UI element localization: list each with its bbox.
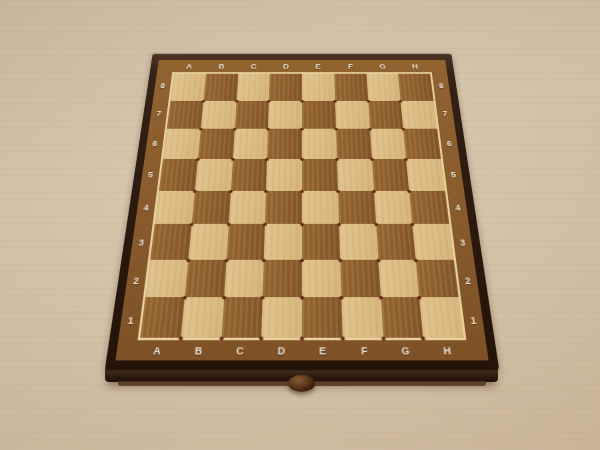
square-h6 bbox=[403, 129, 441, 159]
square-f5 bbox=[337, 159, 374, 191]
square-g2 bbox=[378, 260, 420, 298]
coordinate-label: B bbox=[177, 340, 220, 360]
square-e1 bbox=[302, 297, 342, 337]
coordinate-label: E bbox=[302, 340, 344, 360]
square-d6 bbox=[267, 129, 302, 159]
square-d8 bbox=[269, 74, 302, 101]
square-c6 bbox=[232, 129, 268, 159]
coordinate-label: G bbox=[384, 340, 427, 360]
coordinate-label: D bbox=[260, 340, 302, 360]
file-labels-bottom: ABCDEFGH bbox=[135, 340, 469, 360]
coordinate-label: C bbox=[237, 60, 270, 72]
coordinate-label: C bbox=[218, 340, 260, 360]
square-d2 bbox=[263, 260, 302, 298]
coordinate-label: A bbox=[172, 60, 206, 72]
square-f8 bbox=[334, 74, 368, 101]
coordinate-label: G bbox=[366, 60, 399, 72]
square-a3 bbox=[150, 224, 191, 260]
board-inlay-line bbox=[138, 72, 467, 340]
square-h4 bbox=[409, 190, 449, 224]
square-f1 bbox=[341, 297, 383, 337]
board-outer-frame: ABCDEFGH ABCDEFGH 87654321 87654321 bbox=[105, 54, 500, 371]
square-a2 bbox=[145, 260, 188, 298]
square-b6 bbox=[198, 129, 235, 159]
square-g5 bbox=[372, 159, 410, 191]
square-c3 bbox=[226, 224, 265, 260]
square-g7 bbox=[368, 101, 404, 129]
square-b5 bbox=[195, 159, 233, 191]
square-f4 bbox=[338, 190, 376, 224]
coordinate-label: D bbox=[270, 60, 302, 72]
square-f7 bbox=[335, 101, 370, 129]
square-a5 bbox=[159, 159, 198, 191]
square-e3 bbox=[302, 224, 340, 260]
square-d1 bbox=[262, 297, 302, 337]
square-h1 bbox=[420, 297, 464, 337]
square-c7 bbox=[234, 101, 269, 129]
square-g6 bbox=[370, 129, 407, 159]
square-b7 bbox=[201, 101, 237, 129]
square-g3 bbox=[376, 224, 416, 260]
square-h7 bbox=[401, 101, 438, 129]
square-a1 bbox=[140, 297, 184, 337]
square-c2 bbox=[224, 260, 264, 298]
chess-board: ABCDEFGH ABCDEFGH 87654321 87654321 bbox=[105, 54, 500, 371]
square-d5 bbox=[266, 159, 302, 191]
square-e4 bbox=[302, 190, 339, 224]
square-e8 bbox=[302, 74, 335, 101]
square-c4 bbox=[228, 190, 266, 224]
square-f2 bbox=[340, 260, 380, 298]
square-c5 bbox=[230, 159, 267, 191]
coordinate-label: H bbox=[398, 60, 432, 72]
square-b8 bbox=[203, 74, 238, 101]
square-b2 bbox=[184, 260, 226, 298]
square-g4 bbox=[374, 190, 413, 224]
square-g8 bbox=[366, 74, 401, 101]
coordinate-label: F bbox=[343, 340, 385, 360]
square-h2 bbox=[416, 260, 459, 298]
square-g1 bbox=[380, 297, 423, 337]
square-b4 bbox=[192, 190, 231, 224]
square-e7 bbox=[302, 101, 336, 129]
coordinate-label: E bbox=[302, 60, 334, 72]
square-b3 bbox=[188, 224, 228, 260]
square-a6 bbox=[163, 129, 201, 159]
square-e6 bbox=[302, 129, 337, 159]
square-e5 bbox=[302, 159, 338, 191]
board-coordinate-border: ABCDEFGH ABCDEFGH 87654321 87654321 bbox=[115, 60, 488, 361]
coordinate-label: A bbox=[135, 340, 179, 360]
square-a7 bbox=[167, 101, 204, 129]
square-h8 bbox=[398, 74, 433, 101]
square-a8 bbox=[170, 74, 205, 101]
board-grid bbox=[140, 74, 464, 338]
square-e2 bbox=[302, 260, 341, 298]
square-h3 bbox=[412, 224, 453, 260]
square-c1 bbox=[221, 297, 263, 337]
coordinate-label: B bbox=[205, 60, 238, 72]
square-f6 bbox=[336, 129, 372, 159]
square-d3 bbox=[264, 224, 302, 260]
coordinate-label: H bbox=[425, 340, 469, 360]
drawer-knob bbox=[288, 375, 315, 392]
square-f3 bbox=[339, 224, 378, 260]
square-a4 bbox=[155, 190, 195, 224]
square-h5 bbox=[406, 159, 445, 191]
square-c8 bbox=[236, 74, 270, 101]
file-labels-top: ABCDEFGH bbox=[172, 60, 432, 72]
square-b1 bbox=[181, 297, 224, 337]
square-d4 bbox=[265, 190, 302, 224]
coordinate-label: F bbox=[334, 60, 367, 72]
square-d7 bbox=[268, 101, 302, 129]
